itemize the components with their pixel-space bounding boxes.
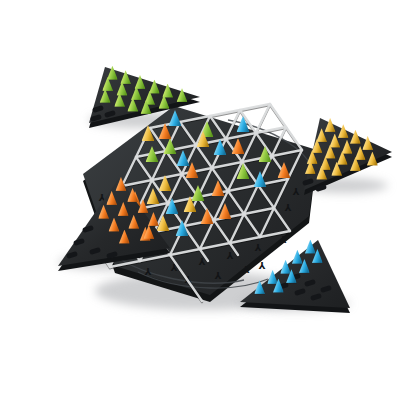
triggle-game-photo: YYYYYYYYYYYYYYY bbox=[0, 0, 400, 400]
blue-cone-tray[interactable] bbox=[236, 236, 354, 314]
rubber-band[interactable] bbox=[260, 150, 302, 237]
yellow-cone-tray[interactable] bbox=[300, 116, 394, 194]
rubber-band[interactable] bbox=[270, 104, 302, 150]
tray-cone-orange[interactable] bbox=[148, 212, 159, 226]
orange-cone-tray[interactable] bbox=[56, 176, 172, 268]
green-cone-tray[interactable] bbox=[86, 60, 206, 126]
